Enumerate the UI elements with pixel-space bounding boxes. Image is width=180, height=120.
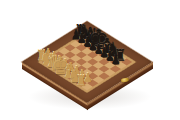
chess-set-product-photo: ♜♞♝♛♚♝♞♜♟♟♟♟♟♟♟♟♟♟♟♟♟♟♟♟♜♞♝♛♚♝♞♜ <box>0 0 180 120</box>
piece-white-rook: ♜ <box>76 73 87 88</box>
chess-board: ♜♞♝♛♚♝♞♜♟♟♟♟♟♟♟♟♟♟♟♟♟♟♟♟♜♞♝♛♚♝♞♜ <box>42 34 133 91</box>
